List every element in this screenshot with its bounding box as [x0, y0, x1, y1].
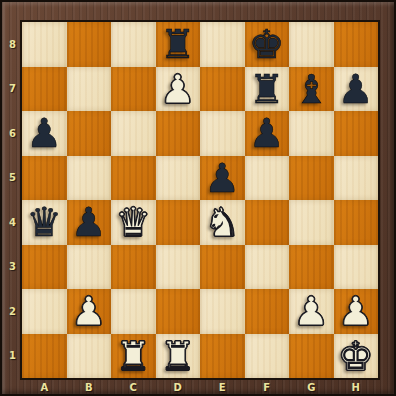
file-label: D [156, 378, 201, 396]
square-h5[interactable] [334, 156, 379, 201]
rank-label: 8 [0, 22, 22, 67]
piece-black-bishop[interactable]: ♝ [293, 69, 329, 109]
file-label: C [111, 378, 156, 396]
piece-black-king[interactable]: ♚ [249, 24, 285, 64]
piece-black-pawn[interactable]: ♟ [204, 158, 240, 198]
square-c4[interactable]: ♛ [111, 200, 156, 245]
square-a5[interactable] [22, 156, 67, 201]
piece-black-pawn[interactable]: ♟ [338, 69, 374, 109]
piece-white-pawn[interactable]: ♟ [293, 291, 329, 331]
square-c6[interactable] [111, 111, 156, 156]
square-d1[interactable]: ♜ [156, 334, 201, 379]
rank-label: 1 [0, 334, 22, 379]
square-b1[interactable] [67, 334, 112, 379]
square-b2[interactable]: ♟ [67, 289, 112, 334]
piece-white-pawn[interactable]: ♟ [338, 291, 374, 331]
square-f4[interactable] [245, 200, 290, 245]
square-e4[interactable]: ♞ [200, 200, 245, 245]
square-e3[interactable] [200, 245, 245, 290]
piece-black-pawn[interactable]: ♟ [249, 113, 285, 153]
square-g2[interactable]: ♟ [289, 289, 334, 334]
rank-label: 7 [0, 67, 22, 112]
piece-white-king[interactable]: ♚ [338, 336, 374, 376]
piece-black-pawn[interactable]: ♟ [26, 113, 62, 153]
rank-label: 5 [0, 156, 22, 201]
piece-white-rook[interactable]: ♜ [160, 336, 196, 376]
square-h2[interactable]: ♟ [334, 289, 379, 334]
square-h8[interactable] [334, 22, 379, 67]
file-label: A [22, 378, 67, 396]
file-label: F [245, 378, 290, 396]
square-f5[interactable] [245, 156, 290, 201]
square-f3[interactable] [245, 245, 290, 290]
square-a6[interactable]: ♟ [22, 111, 67, 156]
square-f8[interactable]: ♚ [245, 22, 290, 67]
square-g6[interactable] [289, 111, 334, 156]
square-h4[interactable] [334, 200, 379, 245]
square-e1[interactable] [200, 334, 245, 379]
piece-black-rook[interactable]: ♜ [160, 24, 196, 64]
square-a8[interactable] [22, 22, 67, 67]
square-e8[interactable] [200, 22, 245, 67]
file-label: G [289, 378, 334, 396]
square-a4[interactable]: ♛ [22, 200, 67, 245]
square-c1[interactable]: ♜ [111, 334, 156, 379]
square-b6[interactable] [67, 111, 112, 156]
square-c7[interactable] [111, 67, 156, 112]
chess-app: 87654321 ABCDEFGH ♜♚♟♜♝♟♟♟♟♛♟♛♞♟♟♟♜♜♚ [0, 0, 396, 396]
rank-label: 6 [0, 111, 22, 156]
file-label: H [334, 378, 379, 396]
rank-label: 3 [0, 245, 22, 290]
square-f1[interactable] [245, 334, 290, 379]
square-g7[interactable]: ♝ [289, 67, 334, 112]
square-g4[interactable] [289, 200, 334, 245]
square-f2[interactable] [245, 289, 290, 334]
square-h1[interactable]: ♚ [334, 334, 379, 379]
square-e5[interactable]: ♟ [200, 156, 245, 201]
square-d5[interactable] [156, 156, 201, 201]
rank-label: 2 [0, 289, 22, 334]
piece-white-knight[interactable]: ♞ [204, 202, 240, 242]
square-d6[interactable] [156, 111, 201, 156]
square-e6[interactable] [200, 111, 245, 156]
piece-white-queen[interactable]: ♛ [115, 202, 151, 242]
piece-black-queen[interactable]: ♛ [26, 202, 62, 242]
square-b4[interactable]: ♟ [67, 200, 112, 245]
file-label: B [67, 378, 112, 396]
square-g8[interactable] [289, 22, 334, 67]
piece-black-rook[interactable]: ♜ [249, 69, 285, 109]
piece-black-pawn[interactable]: ♟ [71, 202, 107, 242]
square-d4[interactable] [156, 200, 201, 245]
file-label: E [200, 378, 245, 396]
square-h7[interactable]: ♟ [334, 67, 379, 112]
square-d8[interactable]: ♜ [156, 22, 201, 67]
square-f7[interactable]: ♜ [245, 67, 290, 112]
square-g5[interactable] [289, 156, 334, 201]
square-g1[interactable] [289, 334, 334, 379]
square-c3[interactable] [111, 245, 156, 290]
square-b8[interactable] [67, 22, 112, 67]
rank-labels: 87654321 [0, 22, 22, 378]
square-a2[interactable] [22, 289, 67, 334]
square-d3[interactable] [156, 245, 201, 290]
piece-white-rook[interactable]: ♜ [115, 336, 151, 376]
square-c8[interactable] [111, 22, 156, 67]
square-e2[interactable] [200, 289, 245, 334]
square-g3[interactable] [289, 245, 334, 290]
square-b5[interactable] [67, 156, 112, 201]
piece-white-pawn[interactable]: ♟ [71, 291, 107, 331]
square-h3[interactable] [334, 245, 379, 290]
square-b7[interactable] [67, 67, 112, 112]
square-b3[interactable] [67, 245, 112, 290]
square-a3[interactable] [22, 245, 67, 290]
square-d7[interactable]: ♟ [156, 67, 201, 112]
file-labels: ABCDEFGH [22, 378, 378, 396]
square-f6[interactable]: ♟ [245, 111, 290, 156]
square-d2[interactable] [156, 289, 201, 334]
square-a7[interactable] [22, 67, 67, 112]
chess-board: ♜♚♟♜♝♟♟♟♟♛♟♛♞♟♟♟♜♜♚ [22, 22, 378, 378]
square-e7[interactable] [200, 67, 245, 112]
piece-white-pawn[interactable]: ♟ [160, 69, 196, 109]
square-c2[interactable] [111, 289, 156, 334]
square-c5[interactable] [111, 156, 156, 201]
rank-label: 4 [0, 200, 22, 245]
square-h6[interactable] [334, 111, 379, 156]
square-a1[interactable] [22, 334, 67, 379]
